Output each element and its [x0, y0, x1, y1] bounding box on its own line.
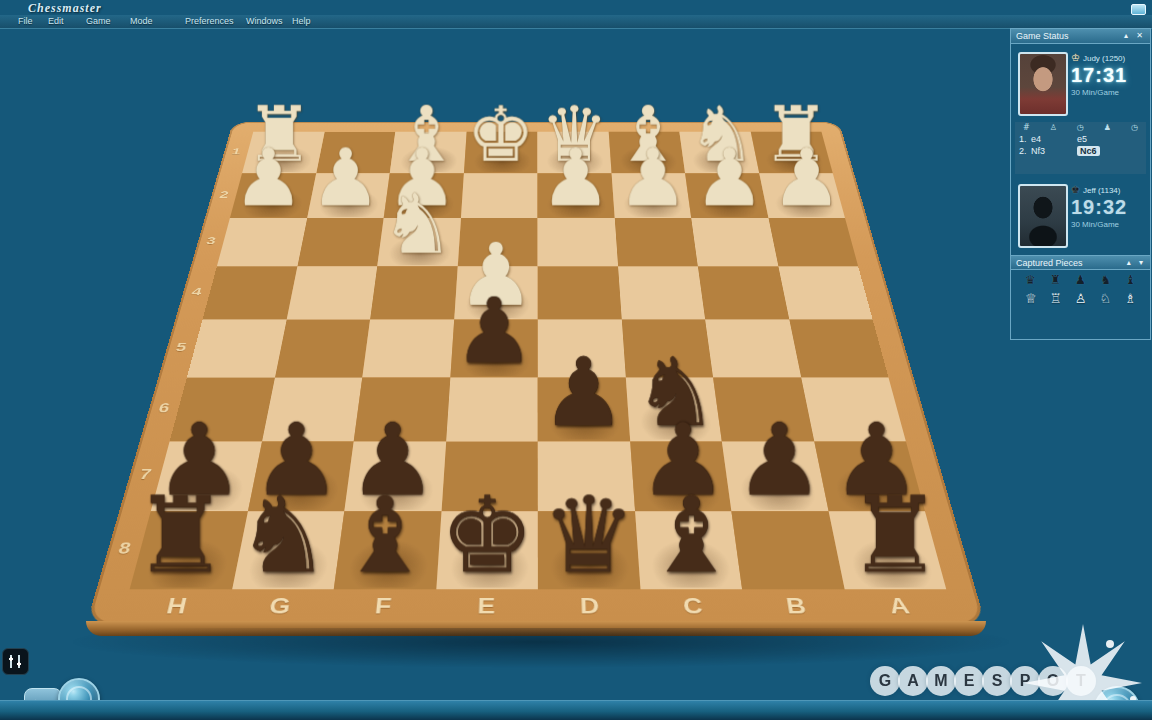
- square-d8[interactable]: ♛: [538, 511, 640, 589]
- move-row[interactable]: 2.Nf3Nc6: [1015, 145, 1146, 157]
- square-b2[interactable]: ♟: [685, 173, 768, 218]
- square-a5[interactable]: [789, 319, 889, 377]
- black-king-icon: ♚: [1071, 184, 1080, 195]
- move-white[interactable]: Nf3: [1031, 146, 1077, 156]
- piece-wP-a2[interactable]: ♟: [771, 138, 842, 217]
- white-player-photo: [1018, 52, 1068, 116]
- square-b8[interactable]: [731, 511, 844, 589]
- square-g5[interactable]: [275, 319, 370, 377]
- captured-white-icon: ♙: [1075, 291, 1087, 307]
- move-number: 1.: [1019, 134, 1031, 144]
- square-c4[interactable]: [618, 266, 705, 319]
- rank-label-5: 5: [168, 340, 193, 355]
- white-player-block: ♔Judy (1250) 17:31 30 Min/Game: [1011, 44, 1150, 120]
- square-c3[interactable]: [614, 218, 698, 267]
- move-black[interactable]: Nc6: [1077, 146, 1123, 156]
- square-b4[interactable]: [698, 266, 789, 319]
- captured-pieces-controls[interactable]: ▴ ▾: [1127, 258, 1146, 267]
- file-label-H: H: [157, 594, 197, 619]
- board-squares: ♜♝♚♛♝♞♜♟♟♟♟♟♟♟♞♟♟♟♞♟♟♟♟♟♟♜♞♝♚♛♝♜: [130, 132, 947, 590]
- move-col-icon: #: [1023, 123, 1030, 132]
- menu-item-file[interactable]: File: [18, 16, 33, 26]
- rank-label-2: 2: [213, 189, 235, 200]
- square-e8[interactable]: ♚: [436, 511, 538, 589]
- square-d3[interactable]: [537, 218, 617, 267]
- gamespot-letter-S: S: [982, 666, 1012, 696]
- move-list-header: #♙◷♟◷: [1015, 122, 1146, 133]
- move-number: 2.: [1019, 146, 1031, 156]
- game-status-panel: Game Status ▴ ✕ ♔Judy (1250) 17:31 30 Mi…: [1010, 28, 1151, 340]
- square-a8[interactable]: ♜: [828, 511, 946, 589]
- square-h2[interactable]: ♟: [230, 173, 316, 218]
- piece-bP-d6[interactable]: ♟: [541, 345, 626, 440]
- square-a3[interactable]: [768, 218, 858, 267]
- square-f4[interactable]: [370, 266, 457, 319]
- chessmaster-window: Chessmaster FileEditGameModePreferencesW…: [0, 0, 1152, 720]
- square-a4[interactable]: [778, 266, 873, 319]
- square-e5[interactable]: ♟: [450, 319, 538, 377]
- square-h4[interactable]: [203, 266, 297, 319]
- square-a2[interactable]: ♟: [759, 173, 845, 218]
- piece-bP-b7[interactable]: ♟: [735, 410, 825, 510]
- move-col-icon: ♙: [1050, 123, 1057, 132]
- square-b3[interactable]: [691, 218, 778, 267]
- square-e2[interactable]: [461, 173, 538, 218]
- move-col-icon: ◷: [1077, 123, 1084, 132]
- piece-bK-e8[interactable]: ♚: [440, 482, 534, 587]
- file-label-G: G: [261, 594, 299, 619]
- captured-pieces-title: Captured Pieces: [1016, 258, 1083, 268]
- square-g3[interactable]: [297, 218, 384, 267]
- square-g8[interactable]: ♞: [232, 511, 345, 589]
- square-c8[interactable]: ♝: [635, 511, 742, 589]
- black-player-photo: [1018, 184, 1068, 248]
- square-e1[interactable]: ♚: [464, 132, 538, 173]
- captured-black-piece-icons: ♛♜♟♞♝: [1011, 270, 1150, 288]
- gamespot-letter-E: E: [954, 666, 984, 696]
- piece-bR-a8[interactable]: ♜: [848, 482, 942, 587]
- white-player-name: Judy (1250): [1083, 54, 1125, 63]
- gamespot-letter-G: G: [870, 666, 900, 696]
- move-black[interactable]: e5: [1077, 134, 1123, 144]
- captured-pieces-header[interactable]: Captured Pieces ▴ ▾: [1011, 255, 1150, 270]
- square-h5[interactable]: [187, 319, 286, 377]
- black-player-name: Jeff (1134): [1083, 186, 1121, 195]
- square-f8[interactable]: ♝: [334, 511, 441, 589]
- panel-controls[interactable]: ▴ ✕: [1124, 31, 1146, 40]
- piece-bR-h8[interactable]: ♜: [134, 482, 228, 587]
- piece-bB-c8[interactable]: ♝: [644, 482, 738, 587]
- piece-wP-b2[interactable]: ♟: [694, 138, 765, 217]
- piece-bB-f8[interactable]: ♝: [338, 482, 432, 587]
- black-player-name-row: ♚Jeff (1134): [1071, 184, 1149, 195]
- move-col-icon: ♟: [1104, 123, 1111, 132]
- file-label-D: D: [573, 594, 607, 619]
- move-row[interactable]: 1.e4e5: [1015, 133, 1146, 145]
- captured-black-icon: ♜: [1050, 273, 1061, 288]
- square-e6[interactable]: [446, 377, 538, 441]
- gamespot-letter-A: A: [898, 666, 928, 696]
- status-bar: [0, 700, 1152, 720]
- file-label-F: F: [365, 594, 401, 619]
- game-status-title: Game Status: [1016, 31, 1069, 41]
- file-label-C: C: [675, 594, 711, 619]
- white-player-clock: 17:31: [1071, 64, 1149, 87]
- piece-wN-f3[interactable]: ♞: [380, 183, 454, 266]
- square-d4[interactable]: [538, 266, 622, 319]
- captured-white-icon: ♗: [1124, 291, 1136, 307]
- square-g4[interactable]: [286, 266, 377, 319]
- square-h8[interactable]: ♜: [130, 511, 248, 589]
- piece-wP-h2[interactable]: ♟: [233, 138, 304, 217]
- square-d2[interactable]: ♟: [537, 173, 614, 218]
- captured-white-icon: ♘: [1099, 291, 1111, 307]
- white-player-name-row: ♔Judy (1250): [1071, 52, 1149, 63]
- black-player-time-control: 30 Min/Game: [1071, 220, 1149, 229]
- chess-board: ♜♝♚♛♝♞♜♟♟♟♟♟♟♟♞♟♟♟♞♟♟♟♟♟♟♜♞♝♚♛♝♜ 1234567…: [86, 122, 986, 625]
- square-c2[interactable]: ♟: [611, 173, 691, 218]
- square-g2[interactable]: ♟: [307, 173, 390, 218]
- file-label-A: A: [880, 594, 920, 619]
- black-player-clock: 19:32: [1071, 196, 1149, 219]
- square-h3[interactable]: [217, 218, 307, 267]
- view-controls-icon[interactable]: [2, 648, 29, 675]
- board-shadow: [66, 628, 1016, 668]
- gamespot-letter-M: M: [926, 666, 956, 696]
- piece-wP-g2[interactable]: ♟: [310, 138, 381, 217]
- move-col-icon: ◷: [1131, 123, 1138, 132]
- square-f3[interactable]: ♞: [377, 218, 460, 267]
- piece-bQ-d8[interactable]: ♛: [542, 482, 636, 587]
- piece-bP-e5[interactable]: ♟: [453, 286, 534, 377]
- captured-black-icon: ♛: [1025, 273, 1036, 288]
- black-player-block: ♚Jeff (1134) 19:32 30 Min/Game: [1011, 176, 1150, 252]
- captured-black-icon: ♝: [1125, 273, 1136, 288]
- piece-wP-c2[interactable]: ♟: [617, 138, 688, 217]
- square-f5[interactable]: [362, 319, 454, 377]
- piece-wP-d2[interactable]: ♟: [540, 138, 611, 217]
- rank-label-3: 3: [199, 235, 222, 247]
- move-highlight: Nc6: [1077, 146, 1100, 156]
- piece-bN-g8[interactable]: ♞: [236, 482, 330, 587]
- board-3d-scene: ♜♝♚♛♝♞♜♟♟♟♟♟♟♟♞♟♟♟♞♟♟♟♟♟♟♜♞♝♚♛♝♜ 1234567…: [86, 0, 986, 625]
- gamespot-watermark: GAMESPOT: [872, 666, 1096, 696]
- move-list[interactable]: #♙◷♟◷ 1.e4e52.Nf3Nc6: [1015, 122, 1146, 174]
- window-app-icon[interactable]: [1131, 4, 1146, 15]
- game-status-header[interactable]: Game Status ▴ ✕: [1011, 29, 1150, 44]
- captured-white-piece-icons: ♕♖♙♘♗: [1011, 288, 1150, 307]
- captured-white-icon: ♕: [1025, 291, 1037, 307]
- file-label-B: B: [777, 594, 815, 619]
- menu-item-edit[interactable]: Edit: [48, 16, 64, 26]
- white-king-icon: ♔: [1071, 52, 1080, 63]
- sparkle-icon: [1106, 640, 1114, 648]
- file-label-E: E: [469, 594, 503, 619]
- captured-black-icon: ♟: [1075, 273, 1086, 288]
- rank-label-4: 4: [185, 285, 209, 298]
- piece-wK-e1[interactable]: ♚: [466, 96, 534, 172]
- square-b5[interactable]: [705, 319, 801, 377]
- move-white[interactable]: e4: [1031, 134, 1077, 144]
- captured-white-icon: ♖: [1050, 291, 1062, 307]
- square-d6[interactable]: ♟: [538, 377, 630, 441]
- white-player-time-control: 30 Min/Game: [1071, 88, 1149, 97]
- captured-black-icon: ♞: [1100, 273, 1111, 288]
